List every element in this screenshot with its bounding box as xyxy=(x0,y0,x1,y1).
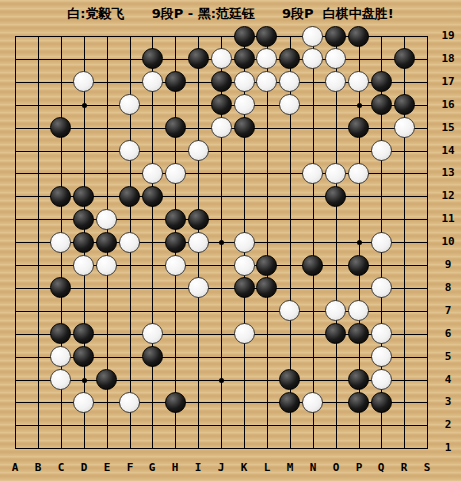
game-info-header: 白:党毅飞 9段P - 黑:范廷钰 9段P 白棋中盘胜! xyxy=(0,5,461,23)
stone-black-F12 xyxy=(119,186,140,207)
col-label-B: B xyxy=(30,461,46,474)
stone-black-R16 xyxy=(394,94,415,115)
stone-white-G13 xyxy=(142,163,163,184)
stone-black-J17 xyxy=(211,71,232,92)
star-point-D16 xyxy=(82,103,87,108)
stone-white-P7 xyxy=(348,300,369,321)
stone-black-H17 xyxy=(165,71,186,92)
stone-white-L18 xyxy=(256,48,277,69)
stone-black-L19 xyxy=(256,26,277,47)
stone-black-D11 xyxy=(73,209,94,230)
stone-white-K16 xyxy=(234,94,255,115)
stone-black-P4 xyxy=(348,369,369,390)
stone-white-K17 xyxy=(234,71,255,92)
stone-black-P9 xyxy=(348,255,369,276)
stone-white-C5 xyxy=(50,346,71,367)
stone-black-N9 xyxy=(302,255,323,276)
stone-white-M7 xyxy=(279,300,300,321)
stone-black-Q17 xyxy=(371,71,392,92)
row-label-19: 19 xyxy=(438,29,458,42)
stone-black-E10 xyxy=(96,232,117,253)
grid-line-h-2 xyxy=(15,425,428,426)
row-label-18: 18 xyxy=(438,52,458,65)
row-label-4: 4 xyxy=(438,373,458,386)
stone-black-P15 xyxy=(348,117,369,138)
stone-white-K10 xyxy=(234,232,255,253)
grid-line-v-S xyxy=(427,36,428,449)
stone-white-Q14 xyxy=(371,140,392,161)
stone-white-C10 xyxy=(50,232,71,253)
col-label-N: N xyxy=(305,461,321,474)
stone-black-H3 xyxy=(165,392,186,413)
col-label-S: S xyxy=(419,461,435,474)
stone-black-C15 xyxy=(50,117,71,138)
stone-white-P13 xyxy=(348,163,369,184)
col-label-O: O xyxy=(328,461,344,474)
stone-white-O7 xyxy=(325,300,346,321)
stone-black-K18 xyxy=(234,48,255,69)
grid-line-v-O xyxy=(336,36,337,449)
stone-black-H15 xyxy=(165,117,186,138)
grid-line-h-1 xyxy=(15,448,428,449)
stone-black-L8 xyxy=(256,277,277,298)
stone-black-M3 xyxy=(279,392,300,413)
col-label-K: K xyxy=(236,461,252,474)
stone-black-G18 xyxy=(142,48,163,69)
stone-white-M16 xyxy=(279,94,300,115)
col-label-E: E xyxy=(99,461,115,474)
stone-black-H11 xyxy=(165,209,186,230)
row-label-6: 6 xyxy=(438,327,458,340)
stone-black-L9 xyxy=(256,255,277,276)
col-label-R: R xyxy=(396,461,412,474)
stone-white-O18 xyxy=(325,48,346,69)
row-label-11: 11 xyxy=(438,212,458,225)
col-label-M: M xyxy=(282,461,298,474)
col-label-G: G xyxy=(144,461,160,474)
stone-black-C6 xyxy=(50,323,71,344)
stone-black-P3 xyxy=(348,392,369,413)
stone-white-M17 xyxy=(279,71,300,92)
col-label-F: F xyxy=(122,461,138,474)
stone-black-K8 xyxy=(234,277,255,298)
stone-black-K19 xyxy=(234,26,255,47)
stone-black-R18 xyxy=(394,48,415,69)
stone-black-D12 xyxy=(73,186,94,207)
stone-white-P17 xyxy=(348,71,369,92)
stone-white-D3 xyxy=(73,392,94,413)
stone-white-N13 xyxy=(302,163,323,184)
stone-white-O13 xyxy=(325,163,346,184)
row-label-3: 3 xyxy=(438,395,458,408)
stone-white-Q6 xyxy=(371,323,392,344)
col-label-J: J xyxy=(213,461,229,474)
go-game-viewer: 白:党毅飞 9段P - 黑:范廷钰 9段P 白棋中盘胜! ABCDEFGHIJK… xyxy=(0,0,461,481)
stone-black-M18 xyxy=(279,48,300,69)
stone-white-D9 xyxy=(73,255,94,276)
star-point-J10 xyxy=(219,240,224,245)
stone-black-Q16 xyxy=(371,94,392,115)
row-label-14: 14 xyxy=(438,144,458,157)
stone-black-J16 xyxy=(211,94,232,115)
col-label-L: L xyxy=(259,461,275,474)
grid-line-h-8 xyxy=(15,288,428,289)
stone-white-F10 xyxy=(119,232,140,253)
stone-white-Q4 xyxy=(371,369,392,390)
col-label-C: C xyxy=(53,461,69,474)
stone-black-D5 xyxy=(73,346,94,367)
stone-white-H13 xyxy=(165,163,186,184)
stone-black-O19 xyxy=(325,26,346,47)
stone-white-I8 xyxy=(188,277,209,298)
row-label-10: 10 xyxy=(438,235,458,248)
stone-white-L17 xyxy=(256,71,277,92)
stone-black-C12 xyxy=(50,186,71,207)
star-point-P10 xyxy=(357,240,362,245)
stone-black-G5 xyxy=(142,346,163,367)
stone-black-C8 xyxy=(50,277,71,298)
stone-black-P6 xyxy=(348,323,369,344)
stone-black-O12 xyxy=(325,186,346,207)
row-label-17: 17 xyxy=(438,75,458,88)
stone-black-M4 xyxy=(279,369,300,390)
stone-white-H9 xyxy=(165,255,186,276)
stone-white-G17 xyxy=(142,71,163,92)
stone-white-Q10 xyxy=(371,232,392,253)
stone-white-E11 xyxy=(96,209,117,230)
stone-white-J18 xyxy=(211,48,232,69)
stone-white-G6 xyxy=(142,323,163,344)
stone-white-N19 xyxy=(302,26,323,47)
col-label-A: A xyxy=(7,461,23,474)
stone-white-N18 xyxy=(302,48,323,69)
col-label-Q: Q xyxy=(373,461,389,474)
stone-black-P19 xyxy=(348,26,369,47)
row-label-1: 1 xyxy=(438,441,458,454)
row-label-8: 8 xyxy=(438,281,458,294)
stone-white-D17 xyxy=(73,71,94,92)
row-label-2: 2 xyxy=(438,418,458,431)
stone-black-K15 xyxy=(234,117,255,138)
col-label-P: P xyxy=(351,461,367,474)
stone-white-Q5 xyxy=(371,346,392,367)
stone-white-F14 xyxy=(119,140,140,161)
row-label-7: 7 xyxy=(438,304,458,317)
stone-black-D6 xyxy=(73,323,94,344)
col-label-I: I xyxy=(190,461,206,474)
stone-white-F3 xyxy=(119,392,140,413)
row-label-9: 9 xyxy=(438,258,458,271)
grid-line-v-L xyxy=(267,36,268,449)
stone-black-O6 xyxy=(325,323,346,344)
stone-white-O17 xyxy=(325,71,346,92)
stone-white-F16 xyxy=(119,94,140,115)
stone-white-Q8 xyxy=(371,277,392,298)
stone-white-I14 xyxy=(188,140,209,161)
stone-black-G12 xyxy=(142,186,163,207)
row-label-13: 13 xyxy=(438,166,458,179)
star-point-P16 xyxy=(357,103,362,108)
stone-white-K9 xyxy=(234,255,255,276)
stone-black-H10 xyxy=(165,232,186,253)
star-point-J4 xyxy=(219,378,224,383)
stone-white-N3 xyxy=(302,392,323,413)
grid-line-v-N xyxy=(313,36,314,449)
stone-white-E9 xyxy=(96,255,117,276)
col-label-D: D xyxy=(76,461,92,474)
stone-white-I10 xyxy=(188,232,209,253)
stone-black-D10 xyxy=(73,232,94,253)
stone-black-E4 xyxy=(96,369,117,390)
stone-white-J15 xyxy=(211,117,232,138)
row-label-5: 5 xyxy=(438,350,458,363)
row-label-12: 12 xyxy=(438,189,458,202)
stone-white-C4 xyxy=(50,369,71,390)
row-label-15: 15 xyxy=(438,121,458,134)
star-point-D4 xyxy=(82,378,87,383)
stone-black-Q3 xyxy=(371,392,392,413)
row-label-16: 16 xyxy=(438,98,458,111)
stone-white-R15 xyxy=(394,117,415,138)
stone-black-I11 xyxy=(188,209,209,230)
stone-white-K6 xyxy=(234,323,255,344)
stone-black-I18 xyxy=(188,48,209,69)
col-label-H: H xyxy=(167,461,183,474)
